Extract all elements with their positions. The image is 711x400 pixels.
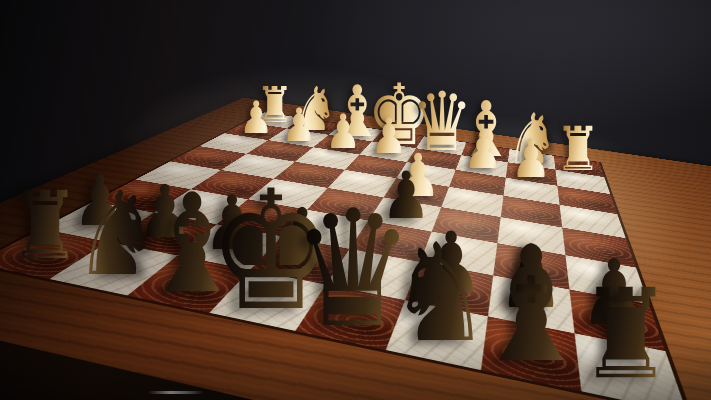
piece-white-pawn-h2[interactable]: ♟ (236, 96, 276, 141)
piece-white-pawn-g2[interactable]: ♟ (279, 101, 320, 147)
piece-white-pawn-b2[interactable]: ♟ (508, 132, 556, 185)
piece-white-rook-a1[interactable]: ♜ (551, 119, 605, 179)
piece-white-pawn-c2[interactable]: ♟ (459, 125, 505, 177)
piece-white-pawn-f2[interactable]: ♟ (322, 107, 365, 155)
piece-black-rook-a8[interactable]: ♜ (571, 273, 682, 397)
pieces-layer: ♜♞♝♚♛♝♞♜♟♟♟♟♟♟♟♟♟♟♟♟♟♟♟♜♞♝♚♛♞♝♜ (0, 0, 711, 400)
scene: ♜♞♝♚♛♝♞♜♟♟♟♟♟♟♟♟♟♟♟♟♟♟♟♜♞♝♚♛♞♝♜ (0, 0, 711, 400)
